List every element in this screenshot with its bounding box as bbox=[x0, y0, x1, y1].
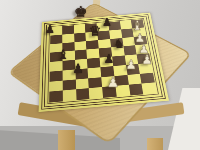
piece-white-pawn-h4[interactable]: ♟ bbox=[139, 53, 155, 66]
piece-white-pawn-e2[interactable]: ♟ bbox=[105, 75, 121, 89]
square-d1[interactable] bbox=[89, 87, 103, 99]
photo-scene: ♚ ♟ ♟ ♛ ♝ ♟ ♟ ♟ ♞ ♝ ♟ ♟ ♟ ♟ bbox=[0, 0, 200, 150]
piece-black-king-d8[interactable]: ♚ bbox=[73, 5, 89, 20]
sunlit-floor-patch bbox=[168, 88, 200, 150]
square-c1[interactable] bbox=[76, 88, 90, 100]
piece-black-bishop-b4[interactable]: ♝ bbox=[55, 48, 71, 61]
table-leg-right bbox=[147, 138, 163, 150]
square-a1[interactable] bbox=[49, 91, 62, 103]
table-leg-left bbox=[58, 130, 75, 150]
piece-black-pawn-a7[interactable]: ♟ bbox=[42, 24, 58, 35]
piece-black-queen-e7[interactable]: ♛ bbox=[87, 24, 103, 38]
piece-white-pawn-g3[interactable]: ♟ bbox=[123, 58, 139, 71]
piece-black-pawn-e4[interactable]: ♟ bbox=[101, 53, 117, 65]
square-h1[interactable] bbox=[142, 83, 157, 95]
square-b1[interactable] bbox=[63, 89, 77, 101]
piece-black-pawn-c3[interactable]: ♟ bbox=[70, 62, 86, 75]
piece-black-knight-f5[interactable]: ♞ bbox=[111, 38, 127, 50]
